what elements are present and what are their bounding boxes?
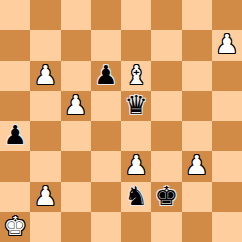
square-c3[interactable] [61,151,91,181]
square-c8[interactable] [61,0,91,30]
square-f8[interactable] [151,0,181,30]
square-a1[interactable]: ♚ [0,212,30,242]
square-c2[interactable] [61,182,91,212]
square-d3[interactable] [91,151,121,181]
white-pawn-piece[interactable]: ♟ [124,152,147,178]
square-f2[interactable]: ♚ [151,182,181,212]
square-h5[interactable] [212,91,242,121]
square-e1[interactable] [121,212,151,242]
square-b1[interactable] [30,212,60,242]
square-e2[interactable]: ♞ [121,182,151,212]
square-c1[interactable] [61,212,91,242]
square-b4[interactable] [30,121,60,151]
square-e8[interactable] [121,0,151,30]
black-pawn-piece[interactable]: ♟ [94,62,117,88]
square-b7[interactable] [30,30,60,60]
black-king-piece[interactable]: ♚ [155,183,178,209]
square-c6[interactable] [61,61,91,91]
chess-board: ♟♟♟♝♟♛♟♟♟♟♞♚♚ [0,0,242,242]
square-h2[interactable] [212,182,242,212]
square-h8[interactable] [212,0,242,30]
square-f7[interactable] [151,30,181,60]
white-pawn-piece[interactable]: ♟ [215,31,238,57]
white-king-piece[interactable]: ♚ [3,213,26,239]
square-c4[interactable] [61,121,91,151]
white-pawn-piece[interactable]: ♟ [64,92,87,118]
white-pawn-piece[interactable]: ♟ [34,62,57,88]
square-b8[interactable] [30,0,60,30]
square-d5[interactable] [91,91,121,121]
square-d1[interactable] [91,212,121,242]
square-f4[interactable] [151,121,181,151]
square-d6[interactable]: ♟ [91,61,121,91]
square-e3[interactable]: ♟ [121,151,151,181]
square-b3[interactable] [30,151,60,181]
square-h6[interactable] [212,61,242,91]
square-h7[interactable]: ♟ [212,30,242,60]
white-bishop-piece[interactable]: ♝ [124,62,147,88]
square-d7[interactable] [91,30,121,60]
square-b2[interactable]: ♟ [30,182,60,212]
square-d8[interactable] [91,0,121,30]
black-knight-piece[interactable]: ♞ [124,183,147,209]
square-c7[interactable] [61,30,91,60]
square-e5[interactable]: ♛ [121,91,151,121]
black-pawn-piece[interactable]: ♟ [3,122,26,148]
square-g7[interactable] [182,30,212,60]
square-g2[interactable] [182,182,212,212]
square-a8[interactable] [0,0,30,30]
square-f6[interactable] [151,61,181,91]
square-g3[interactable]: ♟ [182,151,212,181]
square-a2[interactable] [0,182,30,212]
square-c5[interactable]: ♟ [61,91,91,121]
square-d2[interactable] [91,182,121,212]
square-a6[interactable] [0,61,30,91]
square-f1[interactable] [151,212,181,242]
square-b5[interactable] [30,91,60,121]
square-d4[interactable] [91,121,121,151]
black-queen-piece[interactable]: ♛ [124,92,147,118]
square-e4[interactable] [121,121,151,151]
square-e6[interactable]: ♝ [121,61,151,91]
square-e7[interactable] [121,30,151,60]
square-a5[interactable] [0,91,30,121]
white-pawn-piece[interactable]: ♟ [34,183,57,209]
square-f3[interactable] [151,151,181,181]
square-g4[interactable] [182,121,212,151]
square-a7[interactable] [0,30,30,60]
square-a4[interactable]: ♟ [0,121,30,151]
square-f5[interactable] [151,91,181,121]
square-g5[interactable] [182,91,212,121]
square-b6[interactable]: ♟ [30,61,60,91]
square-h4[interactable] [212,121,242,151]
square-a3[interactable] [0,151,30,181]
white-pawn-piece[interactable]: ♟ [185,152,208,178]
square-g6[interactable] [182,61,212,91]
square-h1[interactable] [212,212,242,242]
square-h3[interactable] [212,151,242,181]
square-g1[interactable] [182,212,212,242]
square-g8[interactable] [182,0,212,30]
